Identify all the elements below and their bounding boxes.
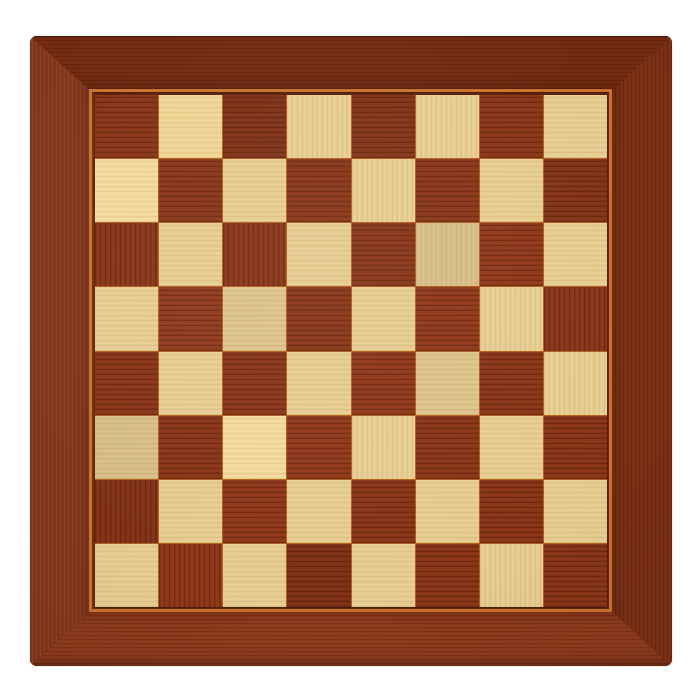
square-h7[interactable] bbox=[544, 159, 607, 222]
square-e6[interactable] bbox=[352, 223, 415, 286]
square-d1[interactable] bbox=[287, 544, 350, 607]
square-d2[interactable] bbox=[287, 480, 350, 543]
square-f2[interactable] bbox=[416, 480, 479, 543]
square-f3[interactable] bbox=[416, 416, 479, 479]
square-h6[interactable] bbox=[544, 223, 607, 286]
square-b6[interactable] bbox=[159, 223, 222, 286]
square-d5[interactable] bbox=[287, 287, 350, 350]
photo-background bbox=[0, 0, 700, 700]
square-c4[interactable] bbox=[223, 352, 286, 415]
square-f6[interactable] bbox=[416, 223, 479, 286]
square-b7[interactable] bbox=[159, 159, 222, 222]
square-a7[interactable] bbox=[95, 159, 158, 222]
square-c5[interactable] bbox=[223, 287, 286, 350]
square-b2[interactable] bbox=[159, 480, 222, 543]
square-c7[interactable] bbox=[223, 159, 286, 222]
square-h5[interactable] bbox=[544, 287, 607, 350]
square-d7[interactable] bbox=[287, 159, 350, 222]
square-c2[interactable] bbox=[223, 480, 286, 543]
square-a3[interactable] bbox=[95, 416, 158, 479]
square-h2[interactable] bbox=[544, 480, 607, 543]
square-e8[interactable] bbox=[352, 95, 415, 158]
square-g5[interactable] bbox=[480, 287, 543, 350]
square-g2[interactable] bbox=[480, 480, 543, 543]
square-e7[interactable] bbox=[352, 159, 415, 222]
square-h4[interactable] bbox=[544, 352, 607, 415]
square-b4[interactable] bbox=[159, 352, 222, 415]
square-d8[interactable] bbox=[287, 95, 350, 158]
square-e4[interactable] bbox=[352, 352, 415, 415]
square-g7[interactable] bbox=[480, 159, 543, 222]
square-c1[interactable] bbox=[223, 544, 286, 607]
square-g4[interactable] bbox=[480, 352, 543, 415]
square-c3[interactable] bbox=[223, 416, 286, 479]
square-e1[interactable] bbox=[352, 544, 415, 607]
square-f4[interactable] bbox=[416, 352, 479, 415]
square-b3[interactable] bbox=[159, 416, 222, 479]
board-frame-top bbox=[30, 36, 672, 95]
square-d4[interactable] bbox=[287, 352, 350, 415]
playing-field bbox=[95, 95, 607, 607]
square-e5[interactable] bbox=[352, 287, 415, 350]
square-g8[interactable] bbox=[480, 95, 543, 158]
square-c6[interactable] bbox=[223, 223, 286, 286]
square-b8[interactable] bbox=[159, 95, 222, 158]
square-b5[interactable] bbox=[159, 287, 222, 350]
square-a8[interactable] bbox=[95, 95, 158, 158]
square-g1[interactable] bbox=[480, 544, 543, 607]
square-a5[interactable] bbox=[95, 287, 158, 350]
square-f8[interactable] bbox=[416, 95, 479, 158]
square-d6[interactable] bbox=[287, 223, 350, 286]
square-g3[interactable] bbox=[480, 416, 543, 479]
board-frame-left bbox=[30, 36, 95, 666]
square-b1[interactable] bbox=[159, 544, 222, 607]
square-h3[interactable] bbox=[544, 416, 607, 479]
square-c8[interactable] bbox=[223, 95, 286, 158]
square-a1[interactable] bbox=[95, 544, 158, 607]
board-frame-right bbox=[607, 36, 672, 666]
board-frame-bottom bbox=[30, 607, 672, 666]
square-d3[interactable] bbox=[287, 416, 350, 479]
square-a6[interactable] bbox=[95, 223, 158, 286]
square-f7[interactable] bbox=[416, 159, 479, 222]
square-f1[interactable] bbox=[416, 544, 479, 607]
square-g6[interactable] bbox=[480, 223, 543, 286]
square-e3[interactable] bbox=[352, 416, 415, 479]
square-a2[interactable] bbox=[95, 480, 158, 543]
square-a4[interactable] bbox=[95, 352, 158, 415]
square-f5[interactable] bbox=[416, 287, 479, 350]
square-e2[interactable] bbox=[352, 480, 415, 543]
square-h1[interactable] bbox=[544, 544, 607, 607]
square-h8[interactable] bbox=[544, 95, 607, 158]
chessboard bbox=[30, 36, 672, 666]
